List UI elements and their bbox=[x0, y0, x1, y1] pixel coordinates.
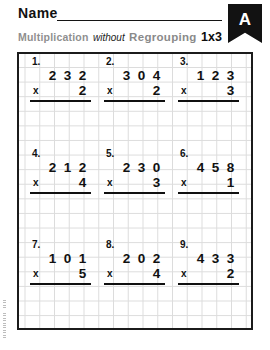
digit: 3 bbox=[227, 83, 235, 98]
problem-number: 6. bbox=[177, 147, 241, 160]
multiplier-row: x 3 bbox=[177, 83, 241, 98]
problem-8: 8. 2 0 2 x 4 bbox=[103, 238, 167, 285]
digit: 2 bbox=[79, 160, 87, 175]
answer-line bbox=[178, 100, 239, 102]
digit: 0 bbox=[64, 251, 72, 266]
digit: 3 bbox=[123, 68, 131, 83]
digit: 3 bbox=[64, 68, 72, 83]
problem-number: 5. bbox=[103, 147, 167, 160]
name-blank-line bbox=[57, 7, 222, 21]
digit: 2 bbox=[212, 68, 220, 83]
level-letter: A bbox=[239, 11, 251, 28]
multiply-sign: x bbox=[29, 175, 39, 190]
digit: 4 bbox=[153, 266, 161, 281]
digit: 2 bbox=[153, 83, 161, 98]
multiplicand-row: 2 1 2 bbox=[29, 160, 93, 175]
problem-3: 3. 1 2 3 x 3 bbox=[177, 55, 241, 102]
digit: 3 bbox=[227, 68, 235, 83]
digit: 5 bbox=[79, 266, 87, 281]
multiplier-row: x 1 bbox=[177, 175, 241, 190]
answer-line bbox=[104, 100, 165, 102]
pennant-banner: A bbox=[228, 4, 262, 43]
copyright-mark bbox=[3, 313, 6, 339]
problem-5: 5. 2 3 0 x 3 bbox=[103, 147, 167, 194]
answer-line bbox=[178, 283, 239, 285]
digit: 3 bbox=[212, 251, 220, 266]
multiplier-row: x 2 bbox=[103, 83, 167, 98]
answer-line bbox=[30, 283, 91, 285]
digit: 0 bbox=[153, 160, 161, 175]
digit: 4 bbox=[79, 175, 87, 190]
multiply-sign: x bbox=[177, 83, 187, 98]
name-label: Name bbox=[18, 5, 58, 21]
digit: 1 bbox=[64, 160, 72, 175]
multiply-sign: x bbox=[103, 83, 113, 98]
digit: 3 bbox=[138, 160, 146, 175]
multiplier-row: x 4 bbox=[29, 175, 93, 190]
multiplicand-row: 1 0 1 bbox=[29, 251, 93, 266]
multiply-sign: x bbox=[29, 266, 39, 281]
multiplier-row: x 4 bbox=[103, 266, 167, 281]
title-multiplication: Multiplication bbox=[18, 31, 88, 43]
digit: 0 bbox=[138, 251, 146, 266]
copyright-mark bbox=[3, 300, 6, 309]
multiplier-row: x 5 bbox=[29, 266, 93, 281]
multiplier-row: x 2 bbox=[29, 83, 93, 98]
title-without: without bbox=[93, 32, 125, 43]
multiply-sign: x bbox=[103, 266, 113, 281]
digit: 8 bbox=[227, 160, 235, 175]
worksheet-page: Name A Multiplication without Regrouping… bbox=[0, 0, 270, 350]
digit: 1 bbox=[49, 251, 57, 266]
multiplicand-row: 2 3 0 bbox=[103, 160, 167, 175]
multiplicand-row: 3 0 4 bbox=[103, 68, 167, 83]
digit: 1 bbox=[79, 251, 87, 266]
problem-4: 4. 2 1 2 x 4 bbox=[29, 147, 93, 194]
multiply-sign: x bbox=[177, 175, 187, 190]
digit: 1 bbox=[227, 175, 235, 190]
multiplier-row: x 2 bbox=[177, 266, 241, 281]
multiplicand-row: 4 3 3 bbox=[177, 251, 241, 266]
digit: 1 bbox=[197, 68, 205, 83]
worksheet-title: Multiplication without Regrouping 1x3 bbox=[16, 27, 224, 45]
multiplicand-row: 1 2 3 bbox=[177, 68, 241, 83]
digit: 3 bbox=[153, 175, 161, 190]
digit: 2 bbox=[49, 68, 57, 83]
problem-6: 6. 4 5 8 x 1 bbox=[177, 147, 241, 194]
digit: 2 bbox=[227, 266, 235, 281]
answer-line bbox=[30, 192, 91, 194]
problem-number: 2. bbox=[103, 55, 167, 68]
digit: 2 bbox=[123, 160, 131, 175]
problem-number: 7. bbox=[29, 238, 93, 251]
problem-number: 4. bbox=[29, 147, 93, 160]
problem-1: 1. 2 3 2 x 2 bbox=[29, 55, 93, 102]
multiply-sign: x bbox=[177, 266, 187, 281]
title-regrouping: Regrouping bbox=[129, 31, 197, 43]
problem-9: 9. 4 3 3 x 2 bbox=[177, 238, 241, 285]
digit: 2 bbox=[153, 251, 161, 266]
problem-number: 8. bbox=[103, 238, 167, 251]
multiply-sign: x bbox=[103, 175, 113, 190]
problem-number: 3. bbox=[177, 55, 241, 68]
multiplier-row: x 3 bbox=[103, 175, 167, 190]
problem-number: 9. bbox=[177, 238, 241, 251]
multiplicand-row: 2 0 2 bbox=[103, 251, 167, 266]
answer-line bbox=[178, 192, 239, 194]
problem-2: 2. 3 0 4 x 2 bbox=[103, 55, 167, 102]
digit: 4 bbox=[197, 251, 205, 266]
answer-line bbox=[104, 192, 165, 194]
digit: 0 bbox=[138, 68, 146, 83]
digit: 5 bbox=[212, 160, 220, 175]
digit: 4 bbox=[153, 68, 161, 83]
problem-number: 1. bbox=[29, 55, 93, 68]
answer-line bbox=[30, 100, 91, 102]
title-1x3: 1x3 bbox=[201, 30, 222, 44]
multiplicand-row: 4 5 8 bbox=[177, 160, 241, 175]
digit: 2 bbox=[79, 83, 87, 98]
digit: 4 bbox=[197, 160, 205, 175]
digit: 2 bbox=[49, 160, 57, 175]
digit: 3 bbox=[227, 251, 235, 266]
digit: 2 bbox=[123, 251, 131, 266]
multiplicand-row: 2 3 2 bbox=[29, 68, 93, 83]
digit: 2 bbox=[79, 68, 87, 83]
answer-line bbox=[104, 283, 165, 285]
multiply-sign: x bbox=[29, 83, 39, 98]
grid-worksheet-area: 1. 2 3 2 x 2 2. 3 0 4 bbox=[17, 52, 253, 330]
problem-7: 7. 1 0 1 x 5 bbox=[29, 238, 93, 285]
